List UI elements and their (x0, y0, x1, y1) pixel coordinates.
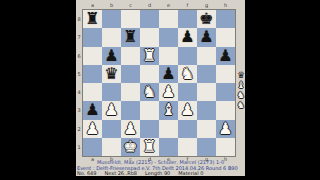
black-r-piece-a8: ♜ (83, 10, 102, 28)
rank-label-2: 2 (76, 120, 82, 138)
square-c7: ♜ (121, 28, 140, 46)
square-f7: ♟ (178, 28, 197, 46)
pillarbox-bar-right (245, 0, 320, 180)
white-p-piece-a2: ♟ (83, 120, 102, 138)
square-d3 (140, 101, 159, 119)
file-label-d-top: d (140, 2, 159, 9)
square-e3: ♝ (159, 101, 178, 119)
rank-label-6: 6 (76, 47, 82, 65)
square-d5 (140, 65, 159, 83)
square-c8 (121, 10, 140, 28)
file-labels-top: abcdefgh (83, 2, 235, 9)
white-p-piece-c2: ♟ (121, 120, 140, 138)
rank-label-3: 3 (76, 101, 82, 119)
black-p-piece-e5: ♟ (159, 65, 178, 83)
square-g1 (197, 138, 216, 156)
rank-labels-left: 87654321 (76, 10, 82, 156)
file-label-c-top: c (121, 2, 140, 9)
tray-white-n-icon: ♞ (237, 90, 245, 100)
file-label-a-top: a (83, 2, 102, 9)
game-info-footer: Mussfeldt, Max (2215) - Schüler, Marcel … (77, 160, 244, 177)
rank-label-1: 1 (76, 138, 82, 156)
square-e1 (159, 138, 178, 156)
square-c4 (121, 83, 140, 101)
square-e8 (159, 10, 178, 28)
square-g2 (197, 120, 216, 138)
square-b6: ♟ (102, 47, 121, 65)
square-f6 (178, 47, 197, 65)
square-a5 (83, 65, 102, 83)
square-a1 (83, 138, 102, 156)
tray-white-b-icon: ♝ (237, 80, 245, 90)
white-n-piece-d4: ♞ (140, 83, 159, 101)
file-label-f-top: f (178, 2, 197, 9)
square-e2 (159, 120, 178, 138)
square-c2: ♟ (121, 120, 140, 138)
square-c3 (121, 101, 140, 119)
rank-label-8: 8 (76, 10, 82, 28)
square-g4 (197, 83, 216, 101)
tray-black-q-icon: ♛ (237, 70, 245, 80)
square-f1 (178, 138, 197, 156)
white-p-piece-h2: ♟ (216, 120, 235, 138)
captured-material-tray: ♛♝♞♞ (236, 70, 246, 110)
square-g6 (197, 47, 216, 65)
square-a8: ♜ (83, 10, 102, 28)
black-r-piece-c7: ♜ (121, 28, 140, 46)
black-q-piece-b5: ♛ (102, 65, 121, 83)
tray-white-n-icon: ♞ (237, 100, 245, 110)
square-h2: ♟ (216, 120, 235, 138)
square-h5 (216, 65, 235, 83)
file-label-h-top: h (216, 2, 235, 9)
square-c1: ♚ (121, 138, 140, 156)
white-p-piece-e4: ♟ (159, 83, 178, 101)
pillarbox-bar-left (0, 0, 76, 180)
white-k-piece-c1: ♚ (121, 138, 140, 156)
square-c5 (121, 65, 140, 83)
square-h4 (216, 83, 235, 101)
white-r-piece-d6: ♜ (140, 47, 159, 65)
square-b8 (102, 10, 121, 28)
square-b2 (102, 120, 121, 138)
chess-board: ♜♚♜♟♟♟♜♟♛♟♞♞♟♟♟♝♟♟♟♟♚♜ (83, 10, 235, 156)
square-b1 (102, 138, 121, 156)
black-p-piece-b6: ♟ (102, 47, 121, 65)
black-p-piece-g7: ♟ (197, 28, 216, 46)
file-label-e-top: e (159, 2, 178, 9)
square-g7: ♟ (197, 28, 216, 46)
square-e7 (159, 28, 178, 46)
square-d1: ♜ (140, 138, 159, 156)
square-a3: ♟ (83, 101, 102, 119)
square-c6 (121, 47, 140, 65)
square-f5: ♞ (178, 65, 197, 83)
square-b7 (102, 28, 121, 46)
white-p-piece-b3: ♟ (102, 101, 121, 119)
square-g3 (197, 101, 216, 119)
square-g5 (197, 65, 216, 83)
square-d6: ♜ (140, 47, 159, 65)
rank-label-4: 4 (76, 83, 82, 101)
pillarbox-bar-bottom (76, 176, 245, 180)
rank-label-5: 5 (76, 65, 82, 83)
square-a6 (83, 47, 102, 65)
file-label-g-top: g (197, 2, 216, 9)
white-p-piece-f3: ♟ (178, 101, 197, 119)
square-f3: ♟ (178, 101, 197, 119)
square-a7 (83, 28, 102, 46)
square-f4 (178, 83, 197, 101)
square-a4 (83, 83, 102, 101)
square-f2 (178, 120, 197, 138)
square-b5: ♛ (102, 65, 121, 83)
black-p-piece-a3: ♟ (83, 101, 102, 119)
black-k-piece-g8: ♚ (197, 10, 216, 28)
square-h6: ♟ (216, 47, 235, 65)
black-p-piece-h6: ♟ (216, 47, 235, 65)
black-p-piece-f7: ♟ (178, 28, 197, 46)
square-d2 (140, 120, 159, 138)
square-e6 (159, 47, 178, 65)
square-h8 (216, 10, 235, 28)
square-d4: ♞ (140, 83, 159, 101)
white-n-piece-f5: ♞ (178, 65, 197, 83)
white-r-piece-d1: ♜ (140, 138, 159, 156)
square-b4 (102, 83, 121, 101)
rank-label-7: 7 (76, 28, 82, 46)
square-d7 (140, 28, 159, 46)
square-e4: ♟ (159, 83, 178, 101)
square-h1 (216, 138, 235, 156)
square-h3 (216, 101, 235, 119)
square-g8: ♚ (197, 10, 216, 28)
file-label-b-top: b (102, 2, 121, 9)
square-a2: ♟ (83, 120, 102, 138)
square-e5: ♟ (159, 65, 178, 83)
square-h7 (216, 28, 235, 46)
square-d8 (140, 10, 159, 28)
white-b-piece-e3: ♝ (159, 101, 178, 119)
square-f8 (178, 10, 197, 28)
square-b3: ♟ (102, 101, 121, 119)
